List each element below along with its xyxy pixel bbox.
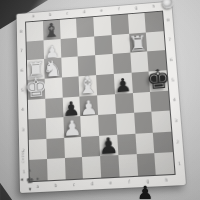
square-d5[interactable]: ♝ (79, 75, 97, 96)
square-h5[interactable]: ♚ (149, 70, 168, 91)
square-a5[interactable]: ♚ (27, 79, 45, 100)
coord-label: d (83, 181, 102, 188)
square-a8[interactable] (26, 21, 43, 41)
coord-label: 3 (20, 120, 27, 141)
square-a4[interactable] (28, 98, 46, 119)
black-bishop-b8[interactable]: ♝ (42, 23, 60, 40)
corner-logo: ▲ ▼ ◀ ▶ ♚ (20, 168, 41, 193)
square-e4[interactable] (97, 94, 116, 115)
coord-label: d (76, 9, 93, 16)
square-c4[interactable]: ♟ (62, 96, 80, 117)
square-d8[interactable] (76, 17, 94, 37)
coord-label: 5 (19, 80, 26, 100)
square-f8[interactable] (110, 14, 128, 34)
square-b1[interactable] (47, 158, 65, 180)
square-g2[interactable] (135, 132, 155, 154)
square-g3[interactable] (134, 112, 153, 134)
coord-label: 5 (169, 69, 178, 90)
square-b4[interactable] (45, 97, 63, 118)
square-g4[interactable] (132, 91, 151, 112)
logo-king-icon: ♚ (26, 176, 34, 186)
logo-arrow-down-icon: ▼ (29, 188, 32, 192)
square-c2[interactable] (64, 137, 83, 159)
coord-label: e (101, 180, 120, 187)
square-b5[interactable] (44, 77, 62, 98)
coord-label: 4 (170, 90, 179, 111)
coord-label: a (25, 13, 42, 20)
brand-text: CHESS (21, 150, 25, 163)
dark-object-bottom-left (0, 180, 15, 200)
chess-board: abcdefgh abcdefgh 87654321 87654321 CHES… (17, 2, 186, 193)
square-f1[interactable] (118, 154, 137, 176)
square-e5[interactable] (96, 74, 115, 95)
square-d3[interactable] (80, 115, 99, 137)
coord-label: 6 (18, 60, 25, 80)
square-c7[interactable] (60, 37, 78, 57)
square-a3[interactable] (28, 118, 46, 139)
coord-label: 8 (164, 10, 172, 30)
coord-label: e (93, 7, 111, 14)
square-h8[interactable] (145, 12, 164, 33)
coord-label: h (145, 3, 163, 10)
square-e2[interactable]: ♟ (99, 135, 118, 157)
square-f4[interactable] (115, 93, 134, 114)
black-pawn-f5[interactable]: ♟ (114, 77, 132, 93)
square-g7[interactable]: ♜ (129, 32, 148, 53)
square-h7[interactable] (146, 31, 165, 52)
square-e8[interactable] (93, 16, 111, 36)
white-pawn-c3[interactable]: ♟ (62, 119, 81, 137)
coord-label: b (47, 183, 65, 190)
coord-label: b (42, 12, 59, 19)
square-h2[interactable] (153, 131, 173, 153)
square-g1[interactable] (136, 153, 156, 175)
square-h3[interactable] (152, 111, 172, 133)
coord-label: g (127, 5, 145, 12)
logo-arrow-up-icon: ▲ (28, 169, 31, 173)
offboard-black-piece-bottom-edge[interactable]: ♟ (137, 184, 153, 200)
white-rook-g7[interactable]: ♜ (128, 34, 149, 53)
square-c1[interactable] (64, 157, 83, 179)
square-d7[interactable] (77, 36, 95, 57)
coord-label: f (110, 6, 128, 13)
coord-label: 4 (19, 100, 26, 121)
square-f6[interactable] (112, 53, 131, 74)
square-f2[interactable] (117, 134, 136, 156)
square-b8[interactable]: ♝ (43, 20, 60, 40)
white-pawn-d4[interactable]: ♟ (80, 99, 99, 116)
square-a2[interactable] (29, 139, 47, 161)
coord-label: 7 (18, 41, 25, 61)
coord-label: 2 (173, 131, 182, 153)
square-f5[interactable]: ♟ (114, 73, 133, 94)
square-c3[interactable]: ♟ (63, 116, 81, 137)
photo-scene: abcdefgh abcdefgh 87654321 87654321 CHES… (0, 0, 200, 200)
square-f3[interactable] (116, 113, 135, 135)
logo-arrow-right-icon: ▶ (37, 178, 40, 182)
square-d4[interactable]: ♟ (80, 95, 98, 116)
offboard-white-pawn-top-right[interactable] (162, 0, 174, 9)
coord-label: 7 (165, 29, 174, 49)
board-perspective-wrap: abcdefgh abcdefgh 87654321 87654321 CHES… (17, 2, 186, 193)
square-c8[interactable] (59, 18, 77, 38)
coord-label: c (65, 182, 83, 189)
square-e7[interactable] (94, 35, 112, 56)
coord-label: 6 (167, 49, 176, 70)
board-grid: ♝♟♜♜♞♚♝♟♚♟♟♟♟ (25, 11, 176, 183)
coord-label: 3 (172, 110, 181, 131)
coord-label: f (120, 179, 139, 186)
square-d1[interactable] (82, 156, 101, 178)
logo-arrow-left-icon: ◀ (20, 179, 23, 183)
black-king-h5[interactable]: ♚ (145, 68, 171, 91)
square-b3[interactable] (46, 117, 64, 138)
square-b2[interactable] (46, 138, 64, 160)
square-h4[interactable] (150, 90, 169, 112)
coord-label: 8 (18, 22, 25, 42)
square-h1[interactable] (155, 153, 175, 175)
coord-label: 1 (175, 153, 184, 175)
coord-label: c (59, 10, 76, 17)
black-pawn-e2[interactable]: ♟ (98, 137, 119, 156)
coord-label: h (157, 177, 176, 184)
square-e1[interactable] (100, 155, 119, 177)
